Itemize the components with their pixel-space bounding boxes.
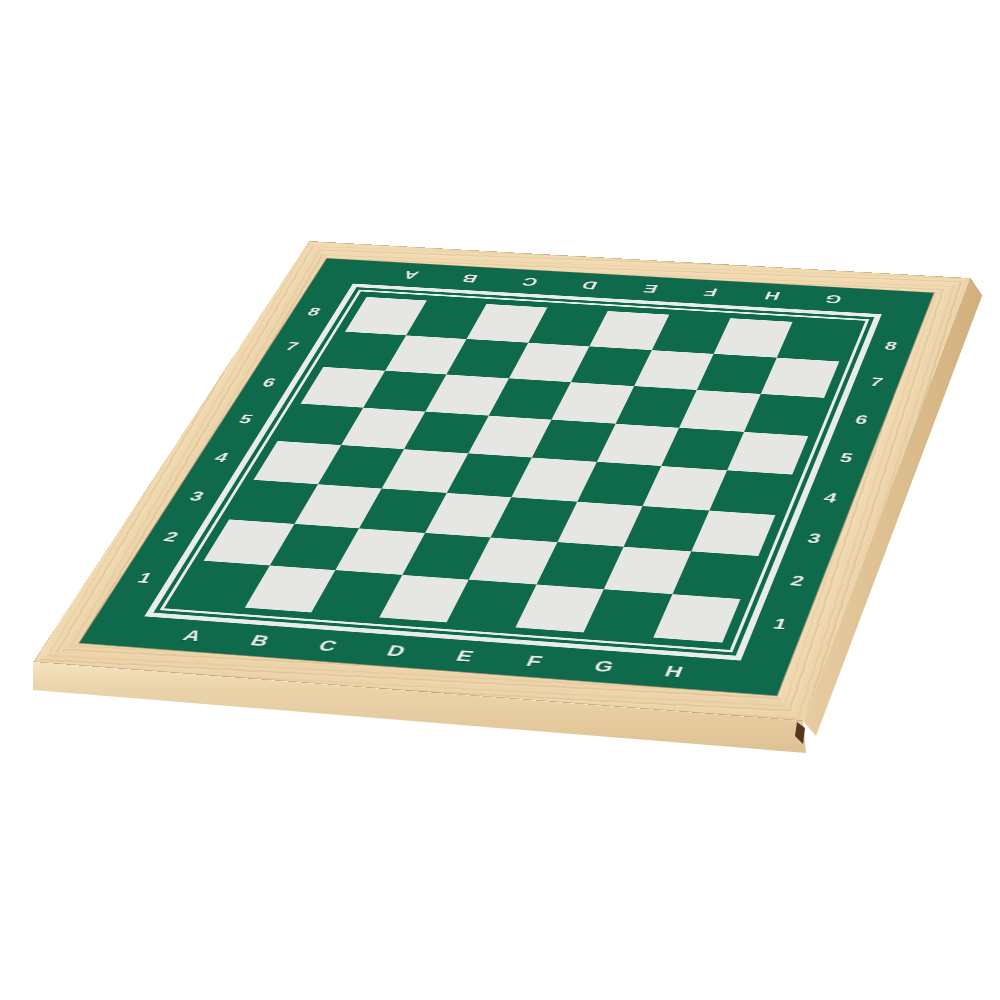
product-photo: ABCDEFHGABCDEFGH8765432187654321 bbox=[0, 0, 1000, 1000]
